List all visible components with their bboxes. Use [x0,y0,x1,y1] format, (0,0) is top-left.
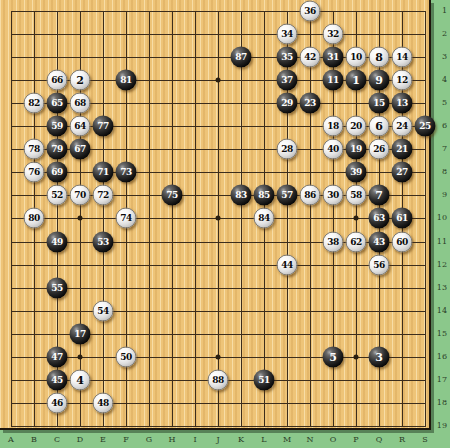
stone-black-43: 43 [369,231,390,252]
stone-white-74: 74 [116,208,137,229]
col-label-D: D [73,432,87,448]
stone-move-number: 61 [396,214,408,223]
stone-move-number: 67 [74,145,86,154]
stone-move-number: 54 [97,306,109,315]
star-point-D10 [78,216,83,221]
grid-line [11,265,426,266]
stone-move-number: 28 [281,145,293,154]
stone-move-number: 78 [28,145,40,154]
stone-white-80: 80 [24,208,45,229]
stone-white-56: 56 [369,254,390,275]
stone-white-60: 60 [392,231,413,252]
stone-white-44: 44 [277,254,298,275]
stone-black-71: 71 [93,162,114,183]
stone-move-number: 55 [51,283,63,292]
stone-move-number: 71 [97,168,109,177]
grid-line [241,11,242,427]
row-label-7: 7 [432,141,447,157]
stone-move-number: 20 [350,122,362,131]
stone-move-number: 35 [281,53,293,62]
stone-move-number: 81 [120,76,132,85]
col-label-I: I [188,432,202,448]
star-point-P10 [354,216,359,221]
row-label-13: 13 [432,280,447,296]
stone-move-number: 72 [97,191,109,200]
stone-move-number: 10 [350,53,362,62]
stone-black-3: 3 [369,346,390,367]
stone-white-52: 52 [47,185,68,206]
stone-move-number: 59 [51,122,63,131]
stone-black-73: 73 [116,162,137,183]
stone-black-77: 77 [93,116,114,137]
stone-white-14: 14 [392,47,413,68]
stone-black-55: 55 [47,277,68,298]
stone-white-30: 30 [323,185,344,206]
stone-black-15: 15 [369,93,390,114]
stone-white-86: 86 [300,185,321,206]
stone-white-70: 70 [70,185,91,206]
stone-move-number: 65 [51,99,63,108]
stone-black-75: 75 [162,185,183,206]
stone-black-13: 13 [392,93,413,114]
stone-white-10: 10 [346,47,367,68]
stone-black-19: 19 [346,139,367,160]
stone-white-4: 4 [70,369,91,390]
stone-move-number: 57 [281,191,293,200]
stone-black-9: 9 [369,70,390,91]
stone-black-87: 87 [231,47,252,68]
row-label-12: 12 [432,257,447,273]
stone-move-number: 63 [373,214,385,223]
stone-move-number: 32 [327,30,339,39]
stone-move-number: 83 [235,191,247,200]
stone-move-number: 62 [350,237,362,246]
stone-white-12: 12 [392,70,413,91]
stone-black-53: 53 [93,231,114,252]
stone-white-48: 48 [93,392,114,413]
col-label-C: C [50,432,64,448]
go-board: 1234567891011121314151718192021232425262… [0,0,431,430]
stone-white-72: 72 [93,185,114,206]
row-label-16: 16 [432,349,447,365]
stone-move-number: 79 [51,145,63,154]
stone-move-number: 73 [120,168,132,177]
row-label-9: 9 [432,187,447,203]
stone-black-11: 11 [323,70,344,91]
stone-move-number: 86 [304,191,316,200]
stone-move-number: 76 [28,168,40,177]
stone-white-26: 26 [369,139,390,160]
stone-white-42: 42 [300,47,321,68]
stone-black-51: 51 [254,369,275,390]
stone-white-18: 18 [323,116,344,137]
stone-white-24: 24 [392,116,413,137]
stone-move-number: 36 [304,7,316,16]
row-label-4: 4 [432,72,447,88]
stone-white-34: 34 [277,24,298,45]
stone-black-17: 17 [70,323,91,344]
row-label-3: 3 [432,49,447,65]
stone-move-number: 15 [373,99,385,108]
row-label-5: 5 [432,95,447,111]
col-label-R: R [395,432,409,448]
stone-black-69: 69 [47,162,68,183]
stone-white-88: 88 [208,369,229,390]
stone-black-79: 79 [47,139,68,160]
stone-move-number: 60 [396,237,408,246]
stone-move-number: 26 [373,145,385,154]
grid-line [310,11,311,427]
col-label-Q: Q [372,432,386,448]
stone-move-number: 46 [51,398,63,407]
stone-black-59: 59 [47,116,68,137]
col-label-J: J [211,432,225,448]
stone-move-number: 70 [74,191,86,200]
star-point-J16 [216,354,221,359]
stone-move-number: 75 [166,191,178,200]
stone-white-38: 38 [323,231,344,252]
stone-white-40: 40 [323,139,344,160]
stone-move-number: 43 [373,237,385,246]
stone-move-number: 64 [74,122,86,131]
stone-move-number: 12 [396,76,408,85]
stone-black-83: 83 [231,185,252,206]
col-label-G: G [142,432,156,448]
stone-move-number: 31 [327,53,339,62]
stone-move-number: 56 [373,260,385,269]
stone-move-number: 51 [258,375,270,384]
stone-move-number: 25 [419,122,431,131]
stone-move-number: 87 [235,53,247,62]
stone-move-number: 50 [120,352,132,361]
star-point-P16 [354,354,359,359]
stone-move-number: 2 [76,75,84,86]
stone-black-61: 61 [392,208,413,229]
stone-white-84: 84 [254,208,275,229]
stone-move-number: 38 [327,237,339,246]
grid-line [11,311,426,312]
stone-black-7: 7 [369,185,390,206]
stone-move-number: 82 [28,99,40,108]
stone-move-number: 42 [304,53,316,62]
stone-move-number: 8 [375,52,383,63]
stone-black-65: 65 [47,93,68,114]
stone-move-number: 9 [375,75,383,86]
stone-move-number: 58 [350,191,362,200]
stone-black-45: 45 [47,369,68,390]
stone-black-21: 21 [392,139,413,160]
stone-white-2: 2 [70,70,91,91]
stone-move-number: 7 [375,190,383,201]
grid-line [11,426,426,427]
stone-move-number: 40 [327,145,339,154]
stone-white-36: 36 [300,1,321,22]
stone-move-number: 49 [51,237,63,246]
stone-move-number: 66 [51,76,63,85]
stone-move-number: 77 [97,122,109,131]
stone-move-number: 44 [281,260,293,269]
stone-move-number: 27 [396,168,408,177]
stone-move-number: 1 [352,75,360,86]
stone-move-number: 47 [51,352,63,361]
row-label-1: 1 [432,3,447,19]
stone-white-8: 8 [369,47,390,68]
stone-white-32: 32 [323,24,344,45]
row-label-17: 17 [432,372,447,388]
stone-white-78: 78 [24,139,45,160]
stone-move-number: 23 [304,99,316,108]
stone-black-5: 5 [323,346,344,367]
row-label-18: 18 [432,395,447,411]
stone-white-28: 28 [277,139,298,160]
stone-black-57: 57 [277,185,298,206]
row-label-10: 10 [432,210,447,226]
stone-move-number: 74 [120,214,132,223]
stone-move-number: 21 [396,145,408,154]
stone-move-number: 39 [350,168,362,177]
row-label-6: 6 [432,118,447,134]
col-label-B: B [27,432,41,448]
col-label-O: O [326,432,340,448]
stone-white-46: 46 [47,392,68,413]
stone-white-68: 68 [70,93,91,114]
row-label-8: 8 [432,164,447,180]
stone-move-number: 37 [281,76,293,85]
stone-black-37: 37 [277,70,298,91]
col-label-S: S [418,432,432,448]
col-label-P: P [349,432,363,448]
stone-white-54: 54 [93,300,114,321]
stone-move-number: 85 [258,191,270,200]
stone-white-6: 6 [369,116,390,137]
stone-white-50: 50 [116,346,137,367]
stone-move-number: 13 [396,99,408,108]
stone-move-number: 34 [281,30,293,39]
star-point-J10 [216,216,221,221]
stone-black-85: 85 [254,185,275,206]
stone-white-76: 76 [24,162,45,183]
stone-white-20: 20 [346,116,367,137]
stone-move-number: 29 [281,99,293,108]
row-label-2: 2 [432,26,447,42]
col-label-E: E [96,432,110,448]
stone-move-number: 3 [375,351,383,362]
stone-black-27: 27 [392,162,413,183]
col-label-A: A [4,432,18,448]
grid-line [11,288,426,289]
stone-move-number: 68 [74,99,86,108]
stone-move-number: 53 [97,237,109,246]
stone-move-number: 19 [350,145,362,154]
col-label-H: H [165,432,179,448]
stone-white-62: 62 [346,231,367,252]
row-label-15: 15 [432,326,447,342]
col-label-F: F [119,432,133,448]
stone-move-number: 14 [396,53,408,62]
col-label-N: N [303,432,317,448]
stone-black-31: 31 [323,47,344,68]
stone-move-number: 48 [97,398,109,407]
go-diagram-screen: 1234567891011121314151718192021232425262… [0,0,450,448]
stone-white-82: 82 [24,93,45,114]
stone-black-47: 47 [47,346,68,367]
stone-black-29: 29 [277,93,298,114]
grid-line [11,403,426,404]
grid-line [425,11,426,427]
stone-move-number: 45 [51,375,63,384]
stone-black-35: 35 [277,47,298,68]
col-label-M: M [280,432,294,448]
stone-black-39: 39 [346,162,367,183]
col-label-K: K [234,432,248,448]
stone-black-1: 1 [346,70,367,91]
stone-move-number: 80 [28,214,40,223]
stone-white-66: 66 [47,70,68,91]
row-label-11: 11 [432,234,447,250]
stone-move-number: 11 [327,76,339,85]
row-label-14: 14 [432,303,447,319]
stone-white-64: 64 [70,116,91,137]
stone-black-23: 23 [300,93,321,114]
stone-black-63: 63 [369,208,390,229]
stone-move-number: 88 [212,375,224,384]
row-label-19: 19 [432,418,447,434]
star-point-D16 [78,354,83,359]
star-point-J4 [216,78,221,83]
stone-move-number: 69 [51,168,63,177]
stone-move-number: 30 [327,191,339,200]
stone-move-number: 18 [327,122,339,131]
stone-move-number: 24 [396,122,408,131]
stone-move-number: 17 [74,329,86,338]
stone-black-67: 67 [70,139,91,160]
stone-move-number: 4 [76,374,84,385]
stone-black-81: 81 [116,70,137,91]
stone-white-58: 58 [346,185,367,206]
stone-move-number: 52 [51,191,63,200]
stone-move-number: 5 [329,351,337,362]
stone-move-number: 84 [258,214,270,223]
stone-black-49: 49 [47,231,68,252]
stone-move-number: 6 [375,121,383,132]
col-label-L: L [257,432,271,448]
